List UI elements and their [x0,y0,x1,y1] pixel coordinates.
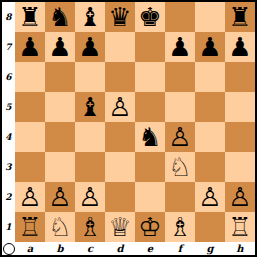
square-f4[interactable]: ♙ [165,122,195,152]
square-h7[interactable]: ♟ [225,32,255,62]
square-d6[interactable] [105,62,135,92]
square-a8[interactable]: ♜ [15,2,45,32]
square-d8[interactable]: ♛ [105,2,135,32]
square-b2[interactable]: ♙ [45,182,75,212]
square-f2[interactable] [165,182,195,212]
file-label-c: c [75,242,105,255]
black-knight[interactable]: ♞ [138,122,161,152]
white-bishop[interactable]: ♗ [78,212,101,242]
rank-label-4: 4 [2,122,15,152]
square-g8[interactable] [195,2,225,32]
rank-labels: 87654321 [2,2,15,242]
white-pawn[interactable]: ♙ [18,182,41,212]
file-label-b: b [45,242,75,255]
square-d1[interactable]: ♕ [105,212,135,242]
file-label-h: h [225,242,255,255]
square-g1[interactable] [195,212,225,242]
square-e8[interactable]: ♚ [135,2,165,32]
square-c5[interactable]: ♝ [75,92,105,122]
rank-label-5: 5 [2,92,15,122]
file-labels: abcdefgh [15,242,255,255]
square-a3[interactable] [15,152,45,182]
white-pawn[interactable]: ♙ [108,92,131,122]
black-pawn[interactable]: ♟ [78,32,101,62]
square-h5[interactable] [225,92,255,122]
square-h8[interactable]: ♜ [225,2,255,32]
white-rook[interactable]: ♖ [228,212,251,242]
square-g4[interactable] [195,122,225,152]
square-b7[interactable]: ♟ [45,32,75,62]
square-f3[interactable]: ♘ [165,152,195,182]
file-label-a: a [15,242,45,255]
rank-label-3: 3 [2,152,15,182]
white-pawn[interactable]: ♙ [228,182,251,212]
square-h1[interactable]: ♖ [225,212,255,242]
black-bishop[interactable]: ♝ [78,2,101,32]
chess-board[interactable]: ♜♞♝♛♚♜♟♟♟♟♟♟♝♙♞♙♘♙♙♙♙♙♖♘♗♕♔♗♖ [15,2,255,242]
square-a4[interactable] [15,122,45,152]
square-c4[interactable] [75,122,105,152]
white-to-move-indicator [3,243,15,255]
square-g2[interactable]: ♙ [195,182,225,212]
black-king[interactable]: ♚ [138,2,161,32]
black-queen[interactable]: ♛ [108,2,131,32]
black-bishop[interactable]: ♝ [78,92,101,122]
black-rook[interactable]: ♜ [228,2,251,32]
square-f8[interactable] [165,2,195,32]
square-f6[interactable] [165,62,195,92]
black-pawn[interactable]: ♟ [198,32,221,62]
rank-label-1: 1 [2,212,15,242]
square-e4[interactable]: ♞ [135,122,165,152]
white-pawn[interactable]: ♙ [48,182,71,212]
white-knight[interactable]: ♘ [168,152,191,182]
square-h4[interactable] [225,122,255,152]
rank-label-2: 2 [2,182,15,212]
square-c6[interactable] [75,62,105,92]
file-label-e: e [135,242,165,255]
square-g5[interactable] [195,92,225,122]
white-knight[interactable]: ♘ [48,212,71,242]
file-label-g: g [195,242,225,255]
square-e5[interactable] [135,92,165,122]
square-d2[interactable] [105,182,135,212]
square-c8[interactable]: ♝ [75,2,105,32]
square-h2[interactable]: ♙ [225,182,255,212]
rank-label-8: 8 [2,2,15,32]
square-h6[interactable] [225,62,255,92]
square-d5[interactable]: ♙ [105,92,135,122]
chess-diagram: 87654321 ♜♞♝♛♚♜♟♟♟♟♟♟♝♙♞♙♘♙♙♙♙♙♖♘♗♕♔♗♖ a… [0,0,257,257]
white-pawn[interactable]: ♙ [198,182,221,212]
white-pawn[interactable]: ♙ [78,182,101,212]
square-a7[interactable]: ♟ [15,32,45,62]
square-g6[interactable] [195,62,225,92]
square-a6[interactable] [15,62,45,92]
square-a1[interactable]: ♖ [15,212,45,242]
black-knight[interactable]: ♞ [48,2,71,32]
square-b8[interactable]: ♞ [45,2,75,32]
square-e7[interactable] [135,32,165,62]
square-b4[interactable] [45,122,75,152]
black-pawn[interactable]: ♟ [168,32,191,62]
square-e6[interactable] [135,62,165,92]
file-label-f: f [165,242,195,255]
white-bishop[interactable]: ♗ [168,212,191,242]
square-f7[interactable]: ♟ [165,32,195,62]
square-g7[interactable]: ♟ [195,32,225,62]
square-b5[interactable] [45,92,75,122]
square-e2[interactable] [135,182,165,212]
square-e3[interactable] [135,152,165,182]
black-pawn[interactable]: ♟ [48,32,71,62]
square-b6[interactable] [45,62,75,92]
square-b3[interactable] [45,152,75,182]
white-king[interactable]: ♔ [138,212,161,242]
square-a2[interactable]: ♙ [15,182,45,212]
square-b1[interactable]: ♘ [45,212,75,242]
white-rook[interactable]: ♖ [18,212,41,242]
black-pawn[interactable]: ♟ [18,32,41,62]
square-c3[interactable] [75,152,105,182]
file-label-d: d [105,242,135,255]
rank-label-7: 7 [2,32,15,62]
square-c7[interactable]: ♟ [75,32,105,62]
square-c1[interactable]: ♗ [75,212,105,242]
square-f1[interactable]: ♗ [165,212,195,242]
black-pawn[interactable]: ♟ [228,32,251,62]
square-d4[interactable] [105,122,135,152]
black-rook[interactable]: ♜ [18,2,41,32]
square-e1[interactable]: ♔ [135,212,165,242]
rank-label-6: 6 [2,62,15,92]
square-d7[interactable] [105,32,135,62]
square-f5[interactable] [165,92,195,122]
white-queen[interactable]: ♕ [108,212,131,242]
square-d3[interactable] [105,152,135,182]
square-g3[interactable] [195,152,225,182]
white-pawn[interactable]: ♙ [168,122,191,152]
square-h3[interactable] [225,152,255,182]
square-a5[interactable] [15,92,45,122]
square-c2[interactable]: ♙ [75,182,105,212]
